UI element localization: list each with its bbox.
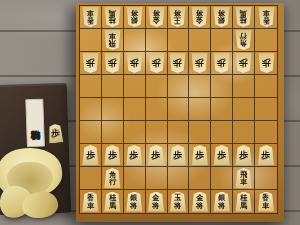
board-cell-5h[interactable] xyxy=(168,167,190,190)
shogi-piece-gote[interactable]: 銀将 xyxy=(213,7,230,27)
piece-kanji: 王 xyxy=(174,17,181,24)
board-cell-2g[interactable]: 歩 xyxy=(233,144,255,167)
piece-kanji: 角 xyxy=(240,40,247,47)
board-cell-7b[interactable] xyxy=(124,29,146,52)
wrapping-cloth xyxy=(0,146,72,225)
shogi-piece-gote[interactable]: 歩 xyxy=(258,53,275,73)
board-cell-1h[interactable] xyxy=(255,167,277,190)
piece-kanji: 歩 xyxy=(130,150,139,160)
shogi-piece-sente[interactable]: 銀将 xyxy=(126,192,143,212)
board-cell-1c[interactable]: 歩 xyxy=(255,52,277,75)
board-cell-3c[interactable]: 歩 xyxy=(211,52,233,75)
board-cell-7g[interactable]: 歩 xyxy=(124,144,146,167)
board-cell-1b[interactable] xyxy=(255,29,277,52)
piece-kanji: 金 xyxy=(196,17,203,24)
shogi-piece-gote[interactable]: 桂馬 xyxy=(235,7,252,27)
shogi-piece-sente[interactable]: 金将 xyxy=(191,192,208,212)
piece-kanji: 玉 xyxy=(174,194,181,201)
board-cell-9g[interactable]: 歩 xyxy=(80,144,102,167)
shogi-board: 香車桂馬銀将金将王将金将銀将桂馬香車飛車角行歩歩歩歩歩歩歩歩歩歩歩歩歩歩歩歩歩歩… xyxy=(76,3,284,222)
piece-kanji: 将 xyxy=(196,10,203,17)
shogi-piece-sente[interactable]: 歩 xyxy=(169,145,186,165)
piece-kanji: 歩 xyxy=(108,58,117,68)
shogi-piece-sente[interactable]: 歩 xyxy=(213,145,230,165)
board-cell-7f[interactable] xyxy=(124,121,146,144)
piece-kanji: 歩 xyxy=(130,58,139,68)
board-cell-2i[interactable]: 桂馬 xyxy=(233,190,255,213)
board-cell-8i[interactable]: 桂馬 xyxy=(102,190,124,213)
board-cell-1g[interactable]: 歩 xyxy=(255,144,277,167)
piece-kanji: 歩 xyxy=(262,58,271,68)
board-cell-5e[interactable] xyxy=(168,98,190,121)
board-cell-3e[interactable] xyxy=(211,98,233,121)
board-cell-9c[interactable]: 歩 xyxy=(80,52,102,75)
board-cell-6i[interactable]: 金将 xyxy=(146,190,168,213)
piece-kanji: 銀 xyxy=(131,194,138,201)
board-cell-2h[interactable]: 飛車 xyxy=(233,167,255,190)
piece-kanji: 金 xyxy=(153,17,160,24)
piece-kanji: 桂 xyxy=(109,17,116,24)
shogi-piece-sente[interactable]: 玉将 xyxy=(169,192,186,212)
board-cell-7e[interactable] xyxy=(124,98,146,121)
board-cell-5d[interactable] xyxy=(168,75,190,98)
board-cell-6e[interactable] xyxy=(146,98,168,121)
piece-kanji: 歩 xyxy=(195,150,204,160)
board-cell-6f[interactable] xyxy=(146,121,168,144)
piece-kanji: 歩 xyxy=(262,150,271,160)
piece-kanji: 車 xyxy=(262,202,269,209)
board-cell-4a[interactable]: 金将 xyxy=(189,6,211,29)
shogi-piece-sente[interactable]: 歩 xyxy=(258,145,275,165)
board-cell-1d[interactable] xyxy=(255,75,277,98)
piece-kanji: 馬 xyxy=(240,10,247,17)
shogi-piece-sente[interactable]: 歩 xyxy=(148,145,165,165)
shogi-piece-gote[interactable]: 歩 xyxy=(213,53,230,73)
shogi-piece-gote[interactable]: 香車 xyxy=(82,7,99,27)
board-cell-8e[interactable] xyxy=(102,98,124,121)
board-cell-9d[interactable] xyxy=(80,75,102,98)
shogi-piece-sente[interactable]: 角行 xyxy=(104,168,121,188)
board-cell-5a[interactable]: 王将 xyxy=(168,6,190,29)
piece-kanji: 行 xyxy=(109,178,116,185)
board-cell-2b[interactable]: 角行 xyxy=(233,29,255,52)
piece-kanji: 行 xyxy=(240,33,247,40)
board-cell-9b[interactable] xyxy=(80,29,102,52)
piece-kanji: 歩 xyxy=(195,58,204,68)
piece-kanji: 車 xyxy=(240,178,247,185)
board-cell-4i[interactable]: 金将 xyxy=(189,190,211,213)
board-cell-5i[interactable]: 玉将 xyxy=(168,190,190,213)
board-cell-3b[interactable] xyxy=(211,29,233,52)
board-cell-2f[interactable] xyxy=(233,121,255,144)
shogi-piece-sente[interactable]: 香車 xyxy=(258,192,275,212)
shogi-piece-gote[interactable]: 歩 xyxy=(191,53,208,73)
piece-kanji: 将 xyxy=(131,202,138,209)
board-cell-8c[interactable]: 歩 xyxy=(102,52,124,75)
board-cell-4g[interactable]: 歩 xyxy=(189,144,211,167)
board-cell-3h[interactable] xyxy=(211,167,233,190)
board-grid: 香車桂馬銀将金将王将金将銀将桂馬香車飛車角行歩歩歩歩歩歩歩歩歩歩歩歩歩歩歩歩歩歩… xyxy=(79,5,278,214)
piece-kanji: 香 xyxy=(87,17,94,24)
board-cell-3d[interactable] xyxy=(211,75,233,98)
board-cell-8f[interactable] xyxy=(102,121,124,144)
piece-kanji: 車 xyxy=(262,10,269,17)
piece-kanji: 香 xyxy=(262,194,269,201)
board-cell-1a[interactable]: 香車 xyxy=(255,6,277,29)
board-cell-2e[interactable] xyxy=(233,98,255,121)
shogi-piece-gote[interactable]: 桂馬 xyxy=(104,7,121,27)
shogi-piece-gote[interactable]: 銀将 xyxy=(126,7,143,27)
piece-kanji: 車 xyxy=(87,10,94,17)
board-cell-2a[interactable]: 桂馬 xyxy=(233,6,255,29)
shogi-piece-sente[interactable]: 銀将 xyxy=(213,192,230,212)
piece-kanji: 歩 xyxy=(108,150,117,160)
piece-kanji: 銀 xyxy=(218,17,225,24)
board-cell-6b[interactable] xyxy=(146,29,168,52)
shogi-piece-sente[interactable]: 飛車 xyxy=(235,168,252,188)
piece-kanji: 香 xyxy=(262,17,269,24)
piece-kanji: 将 xyxy=(218,202,225,209)
board-cell-6a[interactable]: 金将 xyxy=(146,6,168,29)
piece-kanji: 歩 xyxy=(173,58,182,68)
shogi-piece-sente[interactable]: 香車 xyxy=(82,192,99,212)
shogi-piece-gote[interactable]: 王将 xyxy=(169,7,186,27)
board-cell-3f[interactable] xyxy=(211,121,233,144)
piece-kanji: 香 xyxy=(87,194,94,201)
board-cell-7a[interactable]: 銀将 xyxy=(124,6,146,29)
piece-kanji: 車 xyxy=(109,33,116,40)
board-cell-3i[interactable]: 銀将 xyxy=(211,190,233,213)
board-cell-2d[interactable] xyxy=(233,75,255,98)
shogi-piece-gote[interactable]: 飛車 xyxy=(104,30,121,50)
piece-kanji: 金 xyxy=(196,194,203,201)
piece-kanji: 歩 xyxy=(239,58,248,68)
piece-kanji: 歩 xyxy=(239,150,248,160)
board-cell-9f[interactable] xyxy=(80,121,102,144)
piece-kanji: 将 xyxy=(174,10,181,17)
piece-kanji: 銀 xyxy=(131,17,138,24)
piece-kanji: 飛 xyxy=(109,40,116,47)
shogi-piece-sente[interactable]: 歩 xyxy=(235,145,252,165)
board-cell-3g[interactable]: 歩 xyxy=(211,144,233,167)
shogi-piece-gote[interactable]: 歩 xyxy=(148,53,165,73)
spare-pawn-label: 歩 xyxy=(50,127,60,141)
piece-kanji: 馬 xyxy=(240,202,247,209)
piece-kanji: 桂 xyxy=(240,17,247,24)
board-cell-1i[interactable]: 香車 xyxy=(255,190,277,213)
board-cell-4d[interactable] xyxy=(189,75,211,98)
piece-kanji: 将 xyxy=(218,10,225,17)
board-cell-8g[interactable]: 歩 xyxy=(102,144,124,167)
piece-kanji: 歩 xyxy=(173,150,182,160)
piece-kanji: 歩 xyxy=(86,150,95,160)
piece-kanji: 将 xyxy=(153,202,160,209)
piece-kanji: 歩 xyxy=(152,150,161,160)
shogi-photo-scene: 御将棋駒 歩 香車桂馬銀将金将王将金将銀将桂馬香車飛車角行歩歩歩歩歩歩歩歩歩歩歩… xyxy=(0,0,300,225)
piece-kanji: 歩 xyxy=(86,58,95,68)
board-cell-9a[interactable]: 香車 xyxy=(80,6,102,29)
piece-kanji: 銀 xyxy=(218,194,225,201)
shogi-piece-gote[interactable]: 歩 xyxy=(82,53,99,73)
shogi-piece-sente[interactable]: 桂馬 xyxy=(104,192,121,212)
board-cell-7c[interactable]: 歩 xyxy=(124,52,146,75)
piece-kanji: 将 xyxy=(196,202,203,209)
shogi-piece-sente[interactable]: 歩 xyxy=(82,145,99,165)
board-cell-4e[interactable] xyxy=(189,98,211,121)
shogi-piece-gote[interactable]: 歩 xyxy=(169,53,186,73)
shogi-piece-gote[interactable]: 香車 xyxy=(258,7,275,27)
board-cell-8b[interactable]: 飛車 xyxy=(102,29,124,52)
board-cell-4b[interactable] xyxy=(189,29,211,52)
piece-kanji: 金 xyxy=(153,194,160,201)
shogi-piece-sente[interactable]: 歩 xyxy=(126,145,143,165)
shogi-piece-sente[interactable]: 歩 xyxy=(104,145,121,165)
board-cell-4c[interactable]: 歩 xyxy=(189,52,211,75)
piece-kanji: 将 xyxy=(174,202,181,209)
board-cell-4h[interactable] xyxy=(189,167,211,190)
shogi-piece-gote[interactable]: 金将 xyxy=(191,7,208,27)
shogi-piece-sente[interactable]: 桂馬 xyxy=(235,192,252,212)
shogi-piece-gote[interactable]: 角行 xyxy=(235,30,252,50)
piece-box-label-text: 御将棋駒 xyxy=(27,123,43,124)
piece-kanji: 馬 xyxy=(109,202,116,209)
board-cell-6c[interactable]: 歩 xyxy=(146,52,168,75)
board-cell-2c[interactable]: 歩 xyxy=(233,52,255,75)
board-cell-8h[interactable]: 角行 xyxy=(102,167,124,190)
shogi-piece-sente[interactable]: 金将 xyxy=(148,192,165,212)
board-cell-5c[interactable]: 歩 xyxy=(168,52,190,75)
piece-kanji: 将 xyxy=(131,10,138,17)
board-cell-5b[interactable] xyxy=(168,29,190,52)
shogi-piece-gote[interactable]: 歩 xyxy=(235,53,252,73)
board-cell-8d[interactable] xyxy=(102,75,124,98)
board-cell-6g[interactable]: 歩 xyxy=(146,144,168,167)
board-cell-1f[interactable] xyxy=(255,121,277,144)
board-cell-9i[interactable]: 香車 xyxy=(80,190,102,213)
board-cell-5g[interactable]: 歩 xyxy=(168,144,190,167)
board-cell-9e[interactable] xyxy=(80,98,102,121)
board-cell-6d[interactable] xyxy=(146,75,168,98)
piece-kanji: 車 xyxy=(87,202,94,209)
board-cell-6h[interactable] xyxy=(146,167,168,190)
piece-kanji: 歩 xyxy=(217,150,226,160)
shogi-piece-gote[interactable]: 歩 xyxy=(104,53,121,73)
piece-kanji: 将 xyxy=(153,10,160,17)
shogi-piece-gote[interactable]: 金将 xyxy=(148,7,165,27)
board-cell-4f[interactable] xyxy=(189,121,211,144)
board-cell-7h[interactable] xyxy=(124,167,146,190)
shogi-piece-sente[interactable]: 歩 xyxy=(191,145,208,165)
piece-box-label: 御将棋駒 xyxy=(25,99,45,148)
board-cell-7i[interactable]: 銀将 xyxy=(124,190,146,213)
shogi-piece-gote[interactable]: 歩 xyxy=(126,53,143,73)
board-cell-1e[interactable] xyxy=(255,98,277,121)
piece-kanji: 歩 xyxy=(217,58,226,68)
board-cell-9h[interactable] xyxy=(80,167,102,190)
piece-kanji: 桂 xyxy=(109,194,116,201)
board-cell-3a[interactable]: 銀将 xyxy=(211,6,233,29)
piece-kanji: 桂 xyxy=(240,194,247,201)
board-cell-5f[interactable] xyxy=(168,121,190,144)
piece-kanji: 歩 xyxy=(152,58,161,68)
board-cell-8a[interactable]: 桂馬 xyxy=(102,6,124,29)
board-cell-7d[interactable] xyxy=(124,75,146,98)
piece-kanji: 馬 xyxy=(109,10,116,17)
